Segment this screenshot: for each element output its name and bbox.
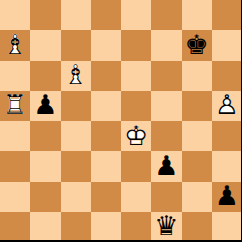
square-d4[interactable]	[91, 121, 121, 151]
black-queen-piece[interactable]: ♛	[151, 212, 181, 242]
white-bishop-piece[interactable]: ♝♗	[0, 30, 30, 60]
white-bishop-glyph: ♗	[64, 61, 88, 88]
black-pawn-piece[interactable]: ♟	[30, 91, 60, 121]
square-b7[interactable]	[30, 30, 60, 60]
square-c1[interactable]	[61, 212, 91, 242]
square-a4[interactable]	[0, 121, 30, 151]
square-f1[interactable]: ♛	[151, 212, 181, 242]
white-pawn-piece[interactable]: ♟♙	[212, 91, 242, 121]
square-b4[interactable]	[30, 121, 60, 151]
square-d3[interactable]	[91, 151, 121, 181]
square-e7[interactable]	[121, 30, 151, 60]
square-a3[interactable]	[0, 151, 30, 181]
square-g5[interactable]	[182, 91, 212, 121]
black-queen-glyph: ♛	[154, 212, 178, 239]
square-c3[interactable]	[61, 151, 91, 181]
square-a8[interactable]	[0, 0, 30, 30]
square-a1[interactable]	[0, 212, 30, 242]
square-h6[interactable]	[212, 61, 242, 91]
white-pawn-glyph: ♙	[215, 91, 239, 118]
square-h3[interactable]	[212, 151, 242, 181]
square-f3[interactable]: ♟	[151, 151, 181, 181]
black-pawn-glyph: ♟	[154, 152, 178, 179]
square-g3[interactable]	[182, 151, 212, 181]
square-b1[interactable]	[30, 212, 60, 242]
chess-board: ♝♗♚♝♗♜♖♟♟♙♚♔♟♟♛	[0, 0, 242, 242]
square-a5[interactable]: ♜♖	[0, 91, 30, 121]
white-bishop-piece[interactable]: ♝♗	[61, 61, 91, 91]
square-g4[interactable]	[182, 121, 212, 151]
square-f2[interactable]	[151, 182, 181, 212]
square-c6[interactable]: ♝♗	[61, 61, 91, 91]
square-f7[interactable]	[151, 30, 181, 60]
square-d1[interactable]	[91, 212, 121, 242]
square-g2[interactable]	[182, 182, 212, 212]
black-king-piece[interactable]: ♚	[182, 30, 212, 60]
square-c7[interactable]	[61, 30, 91, 60]
square-d7[interactable]	[91, 30, 121, 60]
square-g7[interactable]: ♚	[182, 30, 212, 60]
square-d8[interactable]	[91, 0, 121, 30]
square-b5[interactable]: ♟	[30, 91, 60, 121]
square-e5[interactable]	[121, 91, 151, 121]
white-rook-glyph: ♖	[3, 91, 27, 118]
square-e6[interactable]	[121, 61, 151, 91]
square-c5[interactable]	[61, 91, 91, 121]
square-d5[interactable]	[91, 91, 121, 121]
square-c4[interactable]	[61, 121, 91, 151]
square-e2[interactable]	[121, 182, 151, 212]
black-pawn-glyph: ♟	[215, 182, 239, 209]
black-king-glyph: ♚	[185, 31, 209, 58]
square-e1[interactable]	[121, 212, 151, 242]
white-rook-piece[interactable]: ♜♖	[0, 91, 30, 121]
square-e3[interactable]	[121, 151, 151, 181]
square-b8[interactable]	[30, 0, 60, 30]
square-a2[interactable]	[0, 182, 30, 212]
square-d2[interactable]	[91, 182, 121, 212]
square-h1[interactable]	[212, 212, 242, 242]
square-b2[interactable]	[30, 182, 60, 212]
square-b3[interactable]	[30, 151, 60, 181]
square-g6[interactable]	[182, 61, 212, 91]
square-c2[interactable]	[61, 182, 91, 212]
square-f8[interactable]	[151, 0, 181, 30]
black-pawn-piece[interactable]: ♟	[212, 182, 242, 212]
white-bishop-glyph: ♗	[3, 31, 27, 58]
square-h4[interactable]	[212, 121, 242, 151]
square-g1[interactable]	[182, 212, 212, 242]
white-king-piece[interactable]: ♚♔	[121, 121, 151, 151]
square-h5[interactable]: ♟♙	[212, 91, 242, 121]
square-e8[interactable]	[121, 0, 151, 30]
square-h8[interactable]	[212, 0, 242, 30]
square-a7[interactable]: ♝♗	[0, 30, 30, 60]
square-b6[interactable]	[30, 61, 60, 91]
square-a6[interactable]	[0, 61, 30, 91]
square-h2[interactable]: ♟	[212, 182, 242, 212]
square-f4[interactable]	[151, 121, 181, 151]
square-f5[interactable]	[151, 91, 181, 121]
black-pawn-glyph: ♟	[33, 91, 57, 118]
black-pawn-piece[interactable]: ♟	[151, 151, 181, 181]
square-f6[interactable]	[151, 61, 181, 91]
square-h7[interactable]	[212, 30, 242, 60]
white-king-glyph: ♔	[124, 122, 148, 149]
square-e4[interactable]: ♚♔	[121, 121, 151, 151]
square-d6[interactable]	[91, 61, 121, 91]
square-g8[interactable]	[182, 0, 212, 30]
square-c8[interactable]	[61, 0, 91, 30]
